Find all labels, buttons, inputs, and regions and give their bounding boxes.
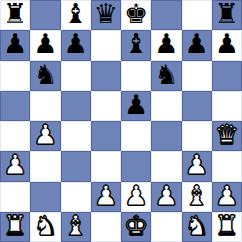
black-pawn-icon: ♟	[124, 91, 148, 120]
square-e4[interactable]	[121, 121, 151, 151]
white-pawn-icon: ♟	[215, 182, 239, 211]
square-b4[interactable]: ♟	[30, 121, 60, 151]
white-pawn-icon: ♟	[185, 151, 209, 180]
white-knight-icon: ♞	[33, 212, 57, 241]
square-g6[interactable]	[182, 61, 212, 91]
square-e5[interactable]: ♟	[121, 91, 151, 121]
square-d5[interactable]	[91, 91, 121, 121]
black-knight-icon: ♞	[33, 61, 57, 90]
white-pawn-icon: ♟	[154, 182, 178, 211]
square-d7[interactable]	[91, 30, 121, 60]
square-h1[interactable]: ♜	[212, 212, 242, 242]
white-knight-icon: ♞	[185, 212, 209, 241]
white-pawn-icon: ♟	[124, 182, 148, 211]
square-f5[interactable]	[151, 91, 181, 121]
black-knight-icon: ♞	[154, 61, 178, 90]
square-c8[interactable]: ♝	[61, 0, 91, 30]
square-h8[interactable]: ♜	[212, 0, 242, 30]
black-queen-icon: ♛	[94, 0, 118, 29]
black-pawn-icon: ♟	[64, 30, 88, 59]
square-a7[interactable]: ♟	[0, 30, 30, 60]
white-bishop-icon: ♝	[64, 212, 88, 241]
black-rook-icon: ♜	[3, 0, 27, 29]
square-f8[interactable]	[151, 0, 181, 30]
square-f6[interactable]: ♞	[151, 61, 181, 91]
square-h7[interactable]: ♟	[212, 30, 242, 60]
black-pawn-icon: ♟	[185, 30, 209, 59]
square-b7[interactable]: ♟	[30, 30, 60, 60]
chess-board: ♜♝♛♚♜♟♟♟♝♟♟♟♞♞♟♟♛♟♟♟♟♟♝♟♜♞♝♚♞♜	[0, 0, 242, 242]
square-d3[interactable]	[91, 151, 121, 181]
square-f4[interactable]	[151, 121, 181, 151]
square-e2[interactable]: ♟	[121, 182, 151, 212]
square-h5[interactable]	[212, 91, 242, 121]
square-e8[interactable]: ♚	[121, 0, 151, 30]
white-queen-icon: ♛	[215, 121, 239, 150]
white-bishop-icon: ♝	[185, 182, 209, 211]
square-e3[interactable]	[121, 151, 151, 181]
square-e1[interactable]: ♚	[121, 212, 151, 242]
square-c2[interactable]	[61, 182, 91, 212]
square-a8[interactable]: ♜	[0, 0, 30, 30]
square-g8[interactable]	[182, 0, 212, 30]
square-h6[interactable]	[212, 61, 242, 91]
square-e6[interactable]	[121, 61, 151, 91]
black-pawn-icon: ♟	[33, 30, 57, 59]
square-d1[interactable]	[91, 212, 121, 242]
black-king-icon: ♚	[124, 0, 148, 29]
square-g1[interactable]: ♞	[182, 212, 212, 242]
square-c5[interactable]	[61, 91, 91, 121]
square-h4[interactable]: ♛	[212, 121, 242, 151]
square-c6[interactable]	[61, 61, 91, 91]
square-a5[interactable]	[0, 91, 30, 121]
square-d4[interactable]	[91, 121, 121, 151]
black-rook-icon: ♜	[215, 0, 239, 29]
square-e7[interactable]: ♝	[121, 30, 151, 60]
square-g7[interactable]: ♟	[182, 30, 212, 60]
square-a2[interactable]	[0, 182, 30, 212]
black-bishop-icon: ♝	[64, 0, 88, 29]
square-b5[interactable]	[30, 91, 60, 121]
square-b3[interactable]	[30, 151, 60, 181]
square-c1[interactable]: ♝	[61, 212, 91, 242]
black-pawn-icon: ♟	[154, 30, 178, 59]
white-rook-icon: ♜	[3, 212, 27, 241]
square-b8[interactable]	[30, 0, 60, 30]
white-pawn-icon: ♟	[33, 121, 57, 150]
square-g3[interactable]: ♟	[182, 151, 212, 181]
square-a6[interactable]	[0, 61, 30, 91]
black-pawn-icon: ♟	[3, 30, 27, 59]
white-pawn-icon: ♟	[94, 182, 118, 211]
square-a1[interactable]: ♜	[0, 212, 30, 242]
black-bishop-icon: ♝	[124, 30, 148, 59]
square-f2[interactable]: ♟	[151, 182, 181, 212]
square-g4[interactable]	[182, 121, 212, 151]
square-a3[interactable]: ♟	[0, 151, 30, 181]
square-c4[interactable]	[61, 121, 91, 151]
square-b6[interactable]: ♞	[30, 61, 60, 91]
square-a4[interactable]	[0, 121, 30, 151]
square-c3[interactable]	[61, 151, 91, 181]
white-pawn-icon: ♟	[3, 151, 27, 180]
square-c7[interactable]: ♟	[61, 30, 91, 60]
square-g2[interactable]: ♝	[182, 182, 212, 212]
square-d8[interactable]: ♛	[91, 0, 121, 30]
square-f3[interactable]	[151, 151, 181, 181]
square-d2[interactable]: ♟	[91, 182, 121, 212]
square-f7[interactable]: ♟	[151, 30, 181, 60]
white-king-icon: ♚	[124, 212, 148, 241]
square-d6[interactable]	[91, 61, 121, 91]
square-h3[interactable]	[212, 151, 242, 181]
white-rook-icon: ♜	[215, 212, 239, 241]
square-b2[interactable]	[30, 182, 60, 212]
black-pawn-icon: ♟	[215, 30, 239, 59]
square-h2[interactable]: ♟	[212, 182, 242, 212]
square-g5[interactable]	[182, 91, 212, 121]
square-f1[interactable]	[151, 212, 181, 242]
square-b1[interactable]: ♞	[30, 212, 60, 242]
